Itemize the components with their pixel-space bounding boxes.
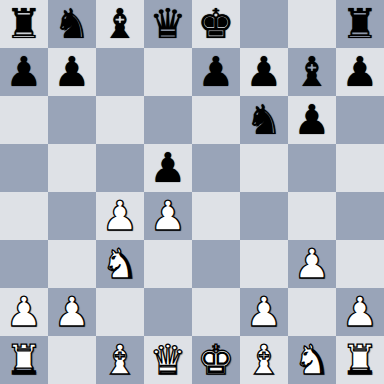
piece-black-bishop[interactable]: ♝	[102, 0, 139, 48]
square-b1[interactable]	[48, 336, 96, 384]
square-g2[interactable]	[288, 288, 336, 336]
square-e6[interactable]	[192, 96, 240, 144]
square-a6[interactable]	[0, 96, 48, 144]
square-b4[interactable]	[48, 192, 96, 240]
piece-white-knight[interactable]: ♞	[294, 336, 331, 384]
square-h2[interactable]: ♟	[336, 288, 384, 336]
square-c2[interactable]	[96, 288, 144, 336]
piece-white-pawn[interactable]: ♟	[150, 192, 187, 240]
square-g5[interactable]	[288, 144, 336, 192]
piece-black-bishop[interactable]: ♝	[294, 48, 331, 96]
square-b5[interactable]	[48, 144, 96, 192]
square-e1[interactable]: ♚	[192, 336, 240, 384]
square-g6[interactable]: ♟	[288, 96, 336, 144]
square-f6[interactable]: ♞	[240, 96, 288, 144]
square-e5[interactable]	[192, 144, 240, 192]
square-h7[interactable]: ♟	[336, 48, 384, 96]
piece-black-pawn[interactable]: ♟	[342, 48, 379, 96]
square-a8[interactable]: ♜	[0, 0, 48, 48]
square-d3[interactable]	[144, 240, 192, 288]
piece-black-knight[interactable]: ♞	[54, 0, 91, 48]
piece-white-king[interactable]: ♚	[198, 336, 235, 384]
piece-black-pawn[interactable]: ♟	[198, 48, 235, 96]
square-d5[interactable]: ♟	[144, 144, 192, 192]
square-c1[interactable]: ♝	[96, 336, 144, 384]
piece-white-queen[interactable]: ♛	[150, 336, 187, 384]
square-a1[interactable]: ♜	[0, 336, 48, 384]
square-b3[interactable]	[48, 240, 96, 288]
square-f1[interactable]: ♝	[240, 336, 288, 384]
square-h5[interactable]	[336, 144, 384, 192]
square-b7[interactable]: ♟	[48, 48, 96, 96]
square-c8[interactable]: ♝	[96, 0, 144, 48]
piece-black-queen[interactable]: ♛	[150, 0, 187, 48]
piece-black-pawn[interactable]: ♟	[6, 48, 43, 96]
square-e3[interactable]	[192, 240, 240, 288]
piece-white-bishop[interactable]: ♝	[246, 336, 283, 384]
square-h1[interactable]: ♜	[336, 336, 384, 384]
piece-white-rook[interactable]: ♜	[6, 336, 43, 384]
square-h3[interactable]	[336, 240, 384, 288]
square-c6[interactable]	[96, 96, 144, 144]
piece-black-king[interactable]: ♚	[198, 0, 235, 48]
square-g1[interactable]: ♞	[288, 336, 336, 384]
square-d1[interactable]: ♛	[144, 336, 192, 384]
square-g4[interactable]	[288, 192, 336, 240]
piece-white-pawn[interactable]: ♟	[102, 192, 139, 240]
square-e8[interactable]: ♚	[192, 0, 240, 48]
piece-black-rook[interactable]: ♜	[6, 0, 43, 48]
square-a3[interactable]	[0, 240, 48, 288]
square-f4[interactable]	[240, 192, 288, 240]
square-h4[interactable]	[336, 192, 384, 240]
piece-white-pawn[interactable]: ♟	[342, 288, 379, 336]
square-f3[interactable]	[240, 240, 288, 288]
square-d2[interactable]	[144, 288, 192, 336]
square-f7[interactable]: ♟	[240, 48, 288, 96]
piece-white-pawn[interactable]: ♟	[6, 288, 43, 336]
piece-black-pawn[interactable]: ♟	[150, 144, 187, 192]
square-f2[interactable]: ♟	[240, 288, 288, 336]
piece-white-bishop[interactable]: ♝	[102, 336, 139, 384]
piece-black-pawn[interactable]: ♟	[54, 48, 91, 96]
square-a5[interactable]	[0, 144, 48, 192]
square-a2[interactable]: ♟	[0, 288, 48, 336]
piece-white-pawn[interactable]: ♟	[246, 288, 283, 336]
square-c3[interactable]: ♞	[96, 240, 144, 288]
square-c5[interactable]	[96, 144, 144, 192]
square-f5[interactable]	[240, 144, 288, 192]
piece-black-pawn[interactable]: ♟	[246, 48, 283, 96]
square-b6[interactable]	[48, 96, 96, 144]
square-c7[interactable]	[96, 48, 144, 96]
square-e4[interactable]	[192, 192, 240, 240]
chess-board: ♜♞♝♛♚♜♟♟♟♟♝♟♞♟♟♟♟♞♟♟♟♟♟♜♝♛♚♝♞♜	[0, 0, 384, 384]
piece-black-knight[interactable]: ♞	[246, 96, 283, 144]
square-f8[interactable]	[240, 0, 288, 48]
square-e2[interactable]	[192, 288, 240, 336]
square-c4[interactable]: ♟	[96, 192, 144, 240]
piece-black-pawn[interactable]: ♟	[294, 96, 331, 144]
square-d6[interactable]	[144, 96, 192, 144]
piece-white-knight[interactable]: ♞	[102, 240, 139, 288]
piece-black-rook[interactable]: ♜	[342, 0, 379, 48]
piece-white-pawn[interactable]: ♟	[54, 288, 91, 336]
square-e7[interactable]: ♟	[192, 48, 240, 96]
square-a4[interactable]	[0, 192, 48, 240]
square-g8[interactable]	[288, 0, 336, 48]
square-a7[interactable]: ♟	[0, 48, 48, 96]
square-d7[interactable]	[144, 48, 192, 96]
square-h6[interactable]	[336, 96, 384, 144]
square-b8[interactable]: ♞	[48, 0, 96, 48]
square-h8[interactable]: ♜	[336, 0, 384, 48]
square-g3[interactable]: ♟	[288, 240, 336, 288]
square-d8[interactable]: ♛	[144, 0, 192, 48]
square-b2[interactable]: ♟	[48, 288, 96, 336]
square-g7[interactable]: ♝	[288, 48, 336, 96]
piece-white-rook[interactable]: ♜	[342, 336, 379, 384]
square-d4[interactable]: ♟	[144, 192, 192, 240]
piece-white-pawn[interactable]: ♟	[294, 240, 331, 288]
